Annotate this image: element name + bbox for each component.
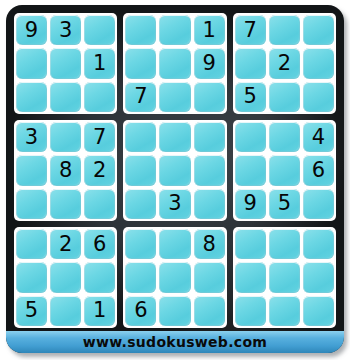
box-1: 931 (14, 13, 117, 114)
cell-r9c7[interactable] (235, 296, 266, 326)
box-6: 4695 (233, 120, 336, 221)
cell-r8c2[interactable] (50, 262, 81, 292)
cell-r6c3[interactable] (84, 189, 115, 219)
cell-r2c5[interactable] (159, 48, 190, 78)
cell-r4c8[interactable] (269, 122, 300, 152)
cell-r4c3[interactable]: 7 (84, 122, 115, 152)
cell-r7c4[interactable] (125, 229, 156, 259)
puzzle-frame: 931197725378234695265186 www.sudokusweb.… (6, 5, 344, 353)
cell-r5c4[interactable] (125, 155, 156, 185)
box-4: 3782 (14, 120, 117, 221)
cell-r6c9[interactable] (303, 189, 334, 219)
cell-r4c6[interactable] (194, 122, 225, 152)
cell-r8c5[interactable] (159, 262, 190, 292)
cell-r8c3[interactable] (84, 262, 115, 292)
cell-r5c9[interactable]: 6 (303, 155, 334, 185)
cell-r1c3[interactable] (84, 15, 115, 45)
cell-r6c6[interactable] (194, 189, 225, 219)
cell-r1c6[interactable]: 1 (194, 15, 225, 45)
cell-r7c2[interactable]: 2 (50, 229, 81, 259)
cell-r4c7[interactable] (235, 122, 266, 152)
cell-r5c8[interactable] (269, 155, 300, 185)
site-url-link[interactable]: www.sudokusweb.com (83, 334, 267, 350)
cell-r9c5[interactable] (159, 296, 190, 326)
cell-r2c2[interactable] (50, 48, 81, 78)
cell-r8c4[interactable] (125, 262, 156, 292)
cell-r4c4[interactable] (125, 122, 156, 152)
cell-r1c2[interactable]: 3 (50, 15, 81, 45)
cell-r5c5[interactable] (159, 155, 190, 185)
cell-r9c8[interactable] (269, 296, 300, 326)
cell-r2c9[interactable] (303, 48, 334, 78)
cell-r4c1[interactable]: 3 (16, 122, 47, 152)
cell-r9c2[interactable] (50, 296, 81, 326)
cell-r8c9[interactable] (303, 262, 334, 292)
box-3: 725 (233, 13, 336, 114)
cell-r9c3[interactable]: 1 (84, 296, 115, 326)
box-7: 2651 (14, 227, 117, 328)
cell-r1c9[interactable] (303, 15, 334, 45)
cell-r4c9[interactable]: 4 (303, 122, 334, 152)
sudoku-board: 931197725378234695265186 (14, 13, 336, 328)
cell-r6c8[interactable]: 5 (269, 189, 300, 219)
cell-r6c7[interactable]: 9 (235, 189, 266, 219)
cell-r5c7[interactable] (235, 155, 266, 185)
cell-r6c5[interactable]: 3 (159, 189, 190, 219)
cell-r3c9[interactable] (303, 82, 334, 112)
cell-r1c1[interactable]: 9 (16, 15, 47, 45)
cell-r8c6[interactable] (194, 262, 225, 292)
box-5: 3 (123, 120, 226, 221)
cell-r7c3[interactable]: 6 (84, 229, 115, 259)
cell-r7c8[interactable] (269, 229, 300, 259)
cell-r3c1[interactable] (16, 82, 47, 112)
cell-r3c7[interactable]: 5 (235, 82, 266, 112)
cell-r9c6[interactable] (194, 296, 225, 326)
cell-r7c7[interactable] (235, 229, 266, 259)
cell-r1c5[interactable] (159, 15, 190, 45)
cell-r8c1[interactable] (16, 262, 47, 292)
cell-r8c7[interactable] (235, 262, 266, 292)
cell-r2c7[interactable] (235, 48, 266, 78)
box-8: 86 (123, 227, 226, 328)
box-2: 197 (123, 13, 226, 114)
cell-r3c4[interactable]: 7 (125, 82, 156, 112)
cell-r5c1[interactable] (16, 155, 47, 185)
cell-r8c8[interactable] (269, 262, 300, 292)
cell-r7c9[interactable] (303, 229, 334, 259)
cell-r1c7[interactable]: 7 (235, 15, 266, 45)
cell-r3c2[interactable] (50, 82, 81, 112)
cell-r4c5[interactable] (159, 122, 190, 152)
cell-r7c6[interactable]: 8 (194, 229, 225, 259)
cell-r6c1[interactable] (16, 189, 47, 219)
cell-r3c8[interactable] (269, 82, 300, 112)
cell-r2c4[interactable] (125, 48, 156, 78)
cell-r5c6[interactable] (194, 155, 225, 185)
cell-r7c5[interactable] (159, 229, 190, 259)
cell-r2c1[interactable] (16, 48, 47, 78)
footer-band: www.sudokusweb.com (6, 331, 344, 353)
box-9 (233, 227, 336, 328)
cell-r1c8[interactable] (269, 15, 300, 45)
cell-r3c6[interactable] (194, 82, 225, 112)
cell-r9c9[interactable] (303, 296, 334, 326)
page: 931197725378234695265186 www.sudokusweb.… (0, 0, 350, 360)
cell-r9c1[interactable]: 5 (16, 296, 47, 326)
cell-r2c3[interactable]: 1 (84, 48, 115, 78)
cell-r7c1[interactable] (16, 229, 47, 259)
cell-r3c5[interactable] (159, 82, 190, 112)
cell-r5c3[interactable]: 2 (84, 155, 115, 185)
cell-r6c2[interactable] (50, 189, 81, 219)
cell-r1c4[interactable] (125, 15, 156, 45)
cell-r3c3[interactable] (84, 82, 115, 112)
cell-r9c4[interactable]: 6 (125, 296, 156, 326)
cell-r4c2[interactable] (50, 122, 81, 152)
cell-r5c2[interactable]: 8 (50, 155, 81, 185)
cell-r2c6[interactable]: 9 (194, 48, 225, 78)
cell-r2c8[interactable]: 2 (269, 48, 300, 78)
cell-r6c4[interactable] (125, 189, 156, 219)
